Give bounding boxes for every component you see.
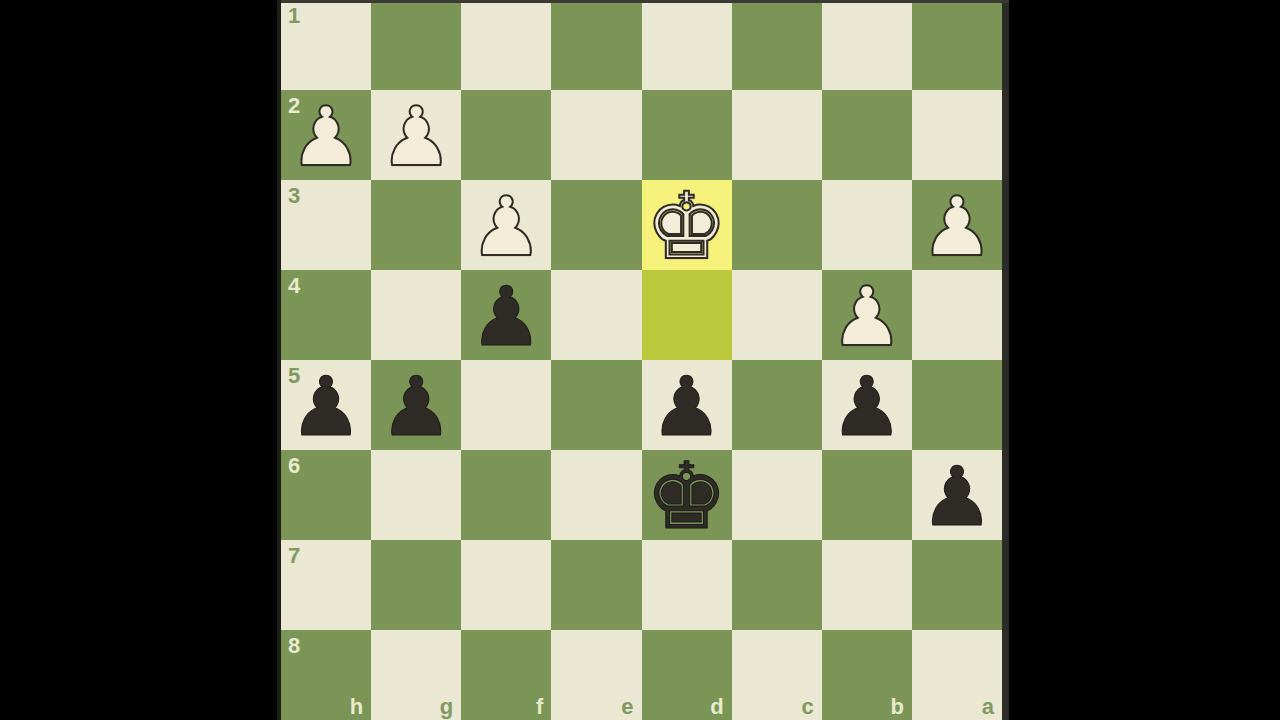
square-d2[interactable]: [642, 90, 732, 180]
rank-label-1: 1: [288, 5, 300, 27]
square-d5[interactable]: ♟: [642, 360, 732, 450]
square-d7[interactable]: [642, 540, 732, 630]
square-h3[interactable]: 3: [281, 180, 371, 270]
black-king-d6[interactable]: ♚: [642, 452, 732, 542]
white-pawn-a3[interactable]: ♟: [912, 182, 1002, 272]
square-b5[interactable]: ♟: [822, 360, 912, 450]
square-c2[interactable]: [732, 90, 822, 180]
square-f5[interactable]: [461, 360, 551, 450]
square-b3[interactable]: [822, 180, 912, 270]
rank-label-7: 7: [288, 545, 300, 567]
file-label-d: d: [710, 696, 723, 718]
square-c3[interactable]: [732, 180, 822, 270]
white-pawn-f3[interactable]: ♟: [461, 182, 551, 272]
square-f4[interactable]: ♟: [461, 270, 551, 360]
square-c7[interactable]: [732, 540, 822, 630]
square-a1[interactable]: [912, 0, 1002, 90]
letterbox-left: [0, 0, 277, 720]
square-h2[interactable]: 2♟: [281, 90, 371, 180]
square-d4[interactable]: [642, 270, 732, 360]
square-e6[interactable]: [551, 450, 641, 540]
square-d1[interactable]: [642, 0, 732, 90]
square-a3[interactable]: ♟: [912, 180, 1002, 270]
board-edge-top: [281, 0, 1009, 3]
square-e3[interactable]: [551, 180, 641, 270]
square-f1[interactable]: [461, 0, 551, 90]
square-c5[interactable]: [732, 360, 822, 450]
square-f2[interactable]: [461, 90, 551, 180]
black-pawn-h5[interactable]: ♟: [281, 362, 371, 452]
black-pawn-d5[interactable]: ♟: [642, 362, 732, 452]
square-h8[interactable]: 8h: [281, 630, 371, 720]
square-c4[interactable]: [732, 270, 822, 360]
file-label-b: b: [890, 696, 903, 718]
rank-label-8: 8: [288, 635, 300, 657]
square-a4[interactable]: [912, 270, 1002, 360]
black-pawn-f4[interactable]: ♟: [461, 272, 551, 362]
square-g8[interactable]: g: [371, 630, 461, 720]
square-d6[interactable]: ♚: [642, 450, 732, 540]
square-e1[interactable]: [551, 0, 641, 90]
square-b8[interactable]: b: [822, 630, 912, 720]
white-pawn-b4[interactable]: ♟: [822, 272, 912, 362]
square-e4[interactable]: [551, 270, 641, 360]
square-h4[interactable]: 4: [281, 270, 371, 360]
black-pawn-a6[interactable]: ♟: [912, 452, 1002, 542]
square-e7[interactable]: [551, 540, 641, 630]
square-f8[interactable]: f: [461, 630, 551, 720]
square-e5[interactable]: [551, 360, 641, 450]
file-label-h: h: [350, 696, 363, 718]
square-g1[interactable]: [371, 0, 461, 90]
square-a2[interactable]: [912, 90, 1002, 180]
black-pawn-b5[interactable]: ♟: [822, 362, 912, 452]
square-g3[interactable]: [371, 180, 461, 270]
square-a6[interactable]: ♟: [912, 450, 1002, 540]
square-d3[interactable]: ♚: [642, 180, 732, 270]
square-g4[interactable]: [371, 270, 461, 360]
white-king-d3[interactable]: ♚: [642, 182, 732, 272]
square-b7[interactable]: [822, 540, 912, 630]
square-g2[interactable]: ♟: [371, 90, 461, 180]
square-c6[interactable]: [732, 450, 822, 540]
square-g7[interactable]: [371, 540, 461, 630]
square-b2[interactable]: [822, 90, 912, 180]
rank-label-3: 3: [288, 185, 300, 207]
square-c8[interactable]: c: [732, 630, 822, 720]
black-pawn-g5[interactable]: ♟: [371, 362, 461, 452]
square-b1[interactable]: [822, 0, 912, 90]
square-g6[interactable]: [371, 450, 461, 540]
file-label-e: e: [621, 696, 633, 718]
square-f7[interactable]: [461, 540, 551, 630]
file-label-g: g: [440, 696, 453, 718]
square-c1[interactable]: [732, 0, 822, 90]
square-f3[interactable]: ♟: [461, 180, 551, 270]
white-pawn-g2[interactable]: ♟: [371, 92, 461, 182]
square-d8[interactable]: d: [642, 630, 732, 720]
square-h5[interactable]: 5♟: [281, 360, 371, 450]
square-b4[interactable]: ♟: [822, 270, 912, 360]
square-h6[interactable]: 6: [281, 450, 371, 540]
file-label-c: c: [802, 696, 814, 718]
square-g5[interactable]: ♟: [371, 360, 461, 450]
square-a5[interactable]: [912, 360, 1002, 450]
square-e2[interactable]: [551, 90, 641, 180]
file-label-f: f: [536, 696, 543, 718]
file-label-a: a: [982, 696, 994, 718]
rank-label-4: 4: [288, 275, 300, 297]
chess-board[interactable]: 12♟♟3♟♚♟4♟♟5♟♟♟♟6♚♟78hgfedcba: [281, 0, 1002, 720]
video-frame: 12♟♟3♟♚♟4♟♟5♟♟♟♟6♚♟78hgfedcba: [0, 0, 1280, 720]
square-a8[interactable]: a: [912, 630, 1002, 720]
square-f6[interactable]: [461, 450, 551, 540]
board-edge-right: [1002, 0, 1009, 720]
square-h7[interactable]: 7: [281, 540, 371, 630]
square-b6[interactable]: [822, 450, 912, 540]
square-a7[interactable]: [912, 540, 1002, 630]
rank-label-6: 6: [288, 455, 300, 477]
white-pawn-h2[interactable]: ♟: [281, 92, 371, 182]
square-h1[interactable]: 1: [281, 0, 371, 90]
square-e8[interactable]: e: [551, 630, 641, 720]
letterbox-right: [1009, 0, 1280, 720]
